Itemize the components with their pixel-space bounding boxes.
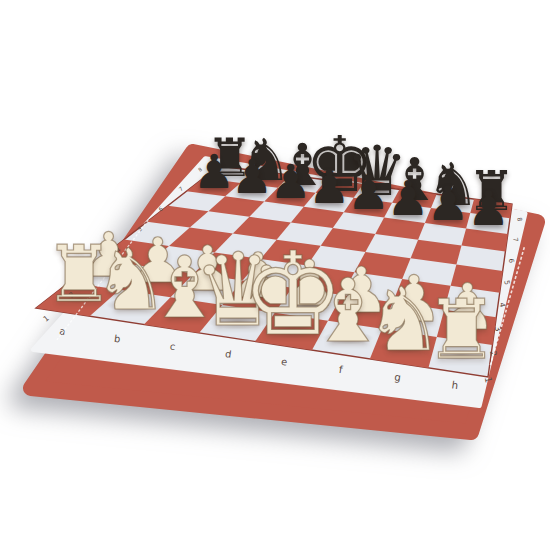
black-pawn-b7[interactable]: ♟ <box>231 153 273 200</box>
product-photo-scene: abcdefgh8765432187654321 ♜♞♝♚♛♝♞♜♟♟♟♟♟♟♟… <box>0 0 550 550</box>
black-pawn-d7[interactable]: ♟ <box>308 164 350 211</box>
black-pawn-e7[interactable]: ♟ <box>347 168 390 216</box>
black-pawn-g7[interactable]: ♟ <box>427 179 470 227</box>
black-pawn-h7[interactable]: ♟ <box>467 184 510 232</box>
black-pawn-a7[interactable]: ♟ <box>193 148 235 195</box>
black-pawn-f7[interactable]: ♟ <box>387 173 430 221</box>
white-rook-h1[interactable]: ♜ <box>425 289 499 371</box>
black-pawn-c7[interactable]: ♟ <box>269 159 311 206</box>
